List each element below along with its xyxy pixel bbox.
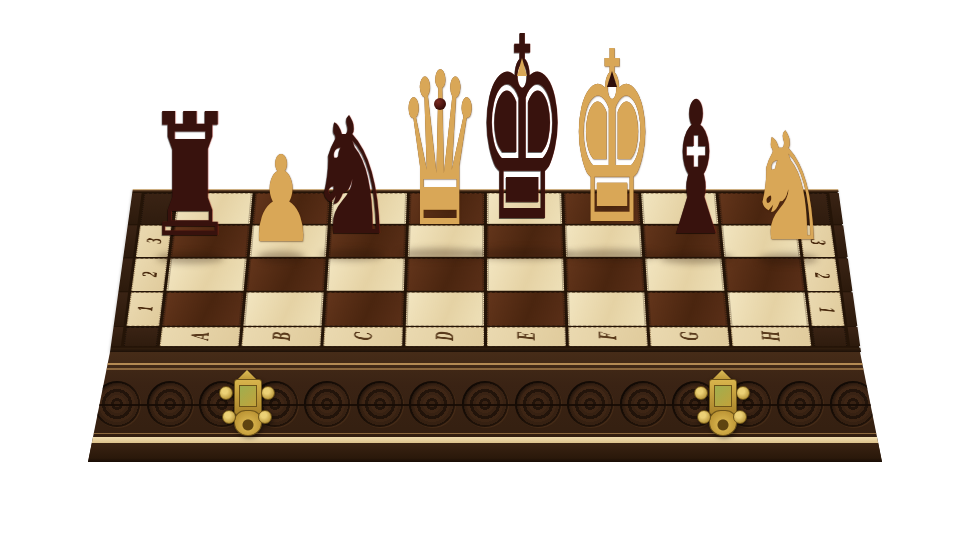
dark-knight-c3[interactable]: ♞ [308,96,395,258]
square-e1[interactable] [487,292,565,326]
base-pinstripe [88,542,882,543]
file-label-cell-a: A [160,327,241,346]
board-right-rim [834,225,848,257]
rank-label: 1 [133,306,157,312]
board-right-rim [829,193,843,224]
board-front-rim [110,348,861,352]
file-label-cell-g: G [649,327,729,346]
file-label: B [267,332,297,341]
file-label-cell-h: H [731,327,812,346]
file-label: G [675,332,705,341]
file-label: H [756,332,786,342]
square-d1[interactable] [406,292,484,326]
square-f1[interactable] [567,292,646,326]
light-queen-d3[interactable]: ♛ [398,45,482,257]
board-right-rim [843,292,857,326]
board-left-rim [128,193,142,224]
right-clasp-icon[interactable] [693,370,751,434]
lid-seam [88,404,882,406]
file-label-cell-d: D [405,327,484,346]
base-band [88,443,882,462]
dark-king-e3[interactable]: ♚ [477,4,568,257]
board-right-rim [838,258,852,291]
pinstripe-bottom [88,433,882,434]
rank-label-cell-left-1: 1 [127,292,164,326]
board-corner-left [124,327,159,346]
light-king-f3[interactable]: ♚ [570,21,655,258]
dark-rook-a3[interactable]: ♜ [146,91,234,261]
pinstripe-top-2 [88,368,882,370]
file-label-cell-c: C [323,327,402,346]
file-label: A [185,333,215,341]
box-front-face [88,352,882,462]
file-label: C [349,333,378,341]
board-left-rim [119,258,133,291]
square-g1[interactable] [647,292,727,326]
square-b1[interactable] [243,292,323,326]
board-left-rim [111,327,124,346]
light-pawn-b3[interactable]: ♟ [248,141,314,260]
rank-label-cell-right-1: 1 [808,292,845,326]
board-corner-right [812,327,847,346]
light-knight-h3[interactable]: ♞ [748,113,828,262]
file-label: F [593,333,622,340]
square-h1[interactable] [727,292,808,326]
board-left-rim [123,225,137,257]
left-clasp-icon[interactable] [218,370,276,434]
pieces-layer: ♜♟♞♛♚♚♝♞ [0,0,970,546]
file-label: D [430,332,459,341]
file-label-cell-e: E [487,327,566,346]
board-left-rim [114,292,128,326]
dark-bishop-g3[interactable]: ♝ [658,77,734,261]
rank-label: 1 [814,306,838,312]
square-a1[interactable] [162,292,243,326]
chess-box-photo: 332211ABCDEFGH ♜♟♞♛♚♚♝♞ [0,0,970,546]
file-label-cell-f: F [568,327,647,346]
file-label: E [512,333,541,341]
file-label-cell-b: B [242,327,322,346]
square-c1[interactable] [325,292,404,326]
board-right-rim [848,327,861,346]
pinstripe-top [88,363,882,365]
